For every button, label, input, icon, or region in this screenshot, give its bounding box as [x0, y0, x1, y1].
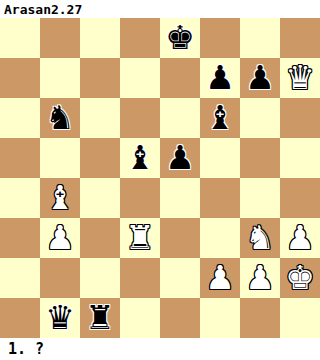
- piece-black-bishop-f6[interactable]: ♝: [205, 98, 235, 138]
- square-c8[interactable]: [80, 18, 120, 58]
- square-c1[interactable]: ♜: [80, 298, 120, 338]
- square-h6[interactable]: [280, 98, 320, 138]
- square-d5[interactable]: ♝: [120, 138, 160, 178]
- square-h4[interactable]: [280, 178, 320, 218]
- square-b2[interactable]: [40, 258, 80, 298]
- piece-black-bishop-d5[interactable]: ♝: [125, 138, 155, 178]
- square-c2[interactable]: [80, 258, 120, 298]
- square-d4[interactable]: [120, 178, 160, 218]
- square-a8[interactable]: [0, 18, 40, 58]
- square-e3[interactable]: [160, 218, 200, 258]
- square-f4[interactable]: [200, 178, 240, 218]
- square-f3[interactable]: [200, 218, 240, 258]
- square-e7[interactable]: [160, 58, 200, 98]
- square-g3[interactable]: ♞: [240, 218, 280, 258]
- chess-app-window: Arasan2.27 ♚♟♟♛♞♝♝♟♝♟♜♞♟♟♟♚♛♜ 1. ?: [0, 0, 320, 360]
- chess-board: ♚♟♟♛♞♝♝♟♝♟♜♞♟♟♟♚♛♜: [0, 18, 320, 338]
- square-f1[interactable]: [200, 298, 240, 338]
- square-b4[interactable]: ♝: [40, 178, 80, 218]
- square-e8[interactable]: ♚: [160, 18, 200, 58]
- square-g2[interactable]: ♟: [240, 258, 280, 298]
- square-c7[interactable]: [80, 58, 120, 98]
- square-c3[interactable]: [80, 218, 120, 258]
- window-title: Arasan2.27: [0, 2, 82, 17]
- square-h2[interactable]: ♚: [280, 258, 320, 298]
- square-e1[interactable]: [160, 298, 200, 338]
- square-c4[interactable]: [80, 178, 120, 218]
- square-f5[interactable]: [200, 138, 240, 178]
- square-b3[interactable]: ♟: [40, 218, 80, 258]
- piece-white-pawn-f2[interactable]: ♟: [205, 258, 235, 298]
- square-h5[interactable]: [280, 138, 320, 178]
- square-a7[interactable]: [0, 58, 40, 98]
- square-h7[interactable]: ♛: [280, 58, 320, 98]
- square-e5[interactable]: ♟: [160, 138, 200, 178]
- square-b6[interactable]: ♞: [40, 98, 80, 138]
- square-g5[interactable]: [240, 138, 280, 178]
- square-d7[interactable]: [120, 58, 160, 98]
- move-prompt: 1. ?: [0, 340, 44, 358]
- square-b8[interactable]: [40, 18, 80, 58]
- square-h3[interactable]: ♟: [280, 218, 320, 258]
- piece-white-king-h2[interactable]: ♚: [285, 258, 315, 298]
- square-b1[interactable]: ♛: [40, 298, 80, 338]
- piece-white-pawn-h3[interactable]: ♟: [285, 218, 315, 258]
- square-g7[interactable]: ♟: [240, 58, 280, 98]
- square-e6[interactable]: [160, 98, 200, 138]
- piece-white-bishop-b4[interactable]: ♝: [45, 178, 75, 218]
- square-g4[interactable]: [240, 178, 280, 218]
- square-e4[interactable]: [160, 178, 200, 218]
- piece-black-pawn-e5[interactable]: ♟: [165, 138, 195, 178]
- square-d6[interactable]: [120, 98, 160, 138]
- piece-white-knight-g3[interactable]: ♞: [245, 218, 275, 258]
- square-a5[interactable]: [0, 138, 40, 178]
- square-g1[interactable]: [240, 298, 280, 338]
- square-a3[interactable]: [0, 218, 40, 258]
- square-d3[interactable]: ♜: [120, 218, 160, 258]
- square-c5[interactable]: [80, 138, 120, 178]
- square-a2[interactable]: [0, 258, 40, 298]
- square-b7[interactable]: [40, 58, 80, 98]
- piece-white-pawn-g2[interactable]: ♟: [245, 258, 275, 298]
- square-g8[interactable]: [240, 18, 280, 58]
- piece-black-pawn-f7[interactable]: ♟: [205, 58, 235, 98]
- square-f2[interactable]: ♟: [200, 258, 240, 298]
- square-a6[interactable]: [0, 98, 40, 138]
- square-h8[interactable]: [280, 18, 320, 58]
- square-e2[interactable]: [160, 258, 200, 298]
- square-b5[interactable]: [40, 138, 80, 178]
- title-bar: Arasan2.27: [0, 0, 320, 18]
- square-d2[interactable]: [120, 258, 160, 298]
- status-bar: 1. ?: [0, 338, 320, 360]
- square-a1[interactable]: [0, 298, 40, 338]
- piece-black-queen-b1[interactable]: ♛: [45, 298, 75, 338]
- square-d1[interactable]: [120, 298, 160, 338]
- square-h1[interactable]: [280, 298, 320, 338]
- piece-black-rook-c1[interactable]: ♜: [85, 298, 115, 338]
- square-g6[interactable]: [240, 98, 280, 138]
- piece-black-pawn-g7[interactable]: ♟: [245, 58, 275, 98]
- square-f8[interactable]: [200, 18, 240, 58]
- square-a4[interactable]: [0, 178, 40, 218]
- piece-white-pawn-b3[interactable]: ♟: [45, 218, 75, 258]
- square-f6[interactable]: ♝: [200, 98, 240, 138]
- square-d8[interactable]: [120, 18, 160, 58]
- piece-black-knight-b6[interactable]: ♞: [45, 98, 75, 138]
- piece-black-king-e8[interactable]: ♚: [165, 18, 195, 58]
- piece-white-queen-h7[interactable]: ♛: [285, 58, 315, 98]
- square-f7[interactable]: ♟: [200, 58, 240, 98]
- square-c6[interactable]: [80, 98, 120, 138]
- piece-white-rook-d3[interactable]: ♜: [125, 218, 155, 258]
